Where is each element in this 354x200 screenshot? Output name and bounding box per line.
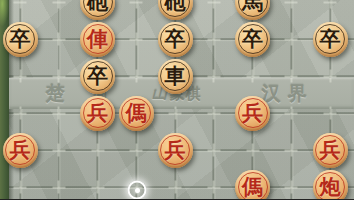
piece-glyph: 卒: [158, 22, 193, 57]
xiangqi-board-screenshot: 楚 河 汉 界 山 象棋 砲砲馬卒俥卒卒卒卒車兵傌兵兵兵兵傌炮: [0, 0, 354, 199]
piece-glyph: 兵: [235, 96, 270, 131]
piece-glyph: 馬: [235, 0, 270, 20]
piece-black-cannon[interactable]: 砲: [80, 0, 115, 20]
piece-glyph: 砲: [158, 0, 193, 20]
board-pieces: 砲砲馬卒俥卒卒卒卒車兵傌兵兵兵兵傌炮: [0, 0, 354, 199]
move-cursor: [128, 181, 147, 200]
piece-glyph: 卒: [80, 59, 115, 94]
piece-black-chariot[interactable]: 車: [158, 59, 193, 94]
piece-glyph: 兵: [3, 133, 38, 168]
piece-red-cannon[interactable]: 炮: [313, 170, 348, 200]
piece-red-soldier[interactable]: 兵: [313, 133, 348, 168]
piece-black-soldier[interactable]: 卒: [235, 22, 270, 57]
piece-black-soldier[interactable]: 卒: [158, 22, 193, 57]
piece-red-soldier[interactable]: 兵: [158, 133, 193, 168]
piece-glyph: 兵: [313, 133, 348, 168]
cursor-dot: [135, 188, 140, 193]
piece-black-soldier[interactable]: 卒: [313, 22, 348, 57]
piece-glyph: 炮: [313, 170, 348, 200]
piece-black-cannon[interactable]: 砲: [158, 0, 193, 20]
piece-red-soldier[interactable]: 兵: [3, 133, 38, 168]
piece-red-soldier[interactable]: 兵: [80, 96, 115, 131]
piece-glyph: 砲: [80, 0, 115, 20]
piece-glyph: 傌: [119, 96, 154, 131]
piece-black-horse[interactable]: 馬: [235, 0, 270, 20]
piece-black-soldier[interactable]: 卒: [3, 22, 38, 57]
piece-black-soldier[interactable]: 卒: [80, 59, 115, 94]
piece-glyph: 傌: [235, 170, 270, 200]
piece-glyph: 車: [158, 59, 193, 94]
piece-glyph: 卒: [235, 22, 270, 57]
piece-red-soldier[interactable]: 兵: [235, 96, 270, 131]
piece-glyph: 俥: [80, 22, 115, 57]
piece-red-horse[interactable]: 傌: [119, 96, 154, 131]
piece-glyph: 兵: [80, 96, 115, 131]
piece-red-chariot[interactable]: 俥: [80, 22, 115, 57]
piece-glyph: 卒: [313, 22, 348, 57]
piece-glyph: 卒: [3, 22, 38, 57]
piece-glyph: 兵: [158, 133, 193, 168]
piece-red-horse[interactable]: 傌: [235, 170, 270, 200]
